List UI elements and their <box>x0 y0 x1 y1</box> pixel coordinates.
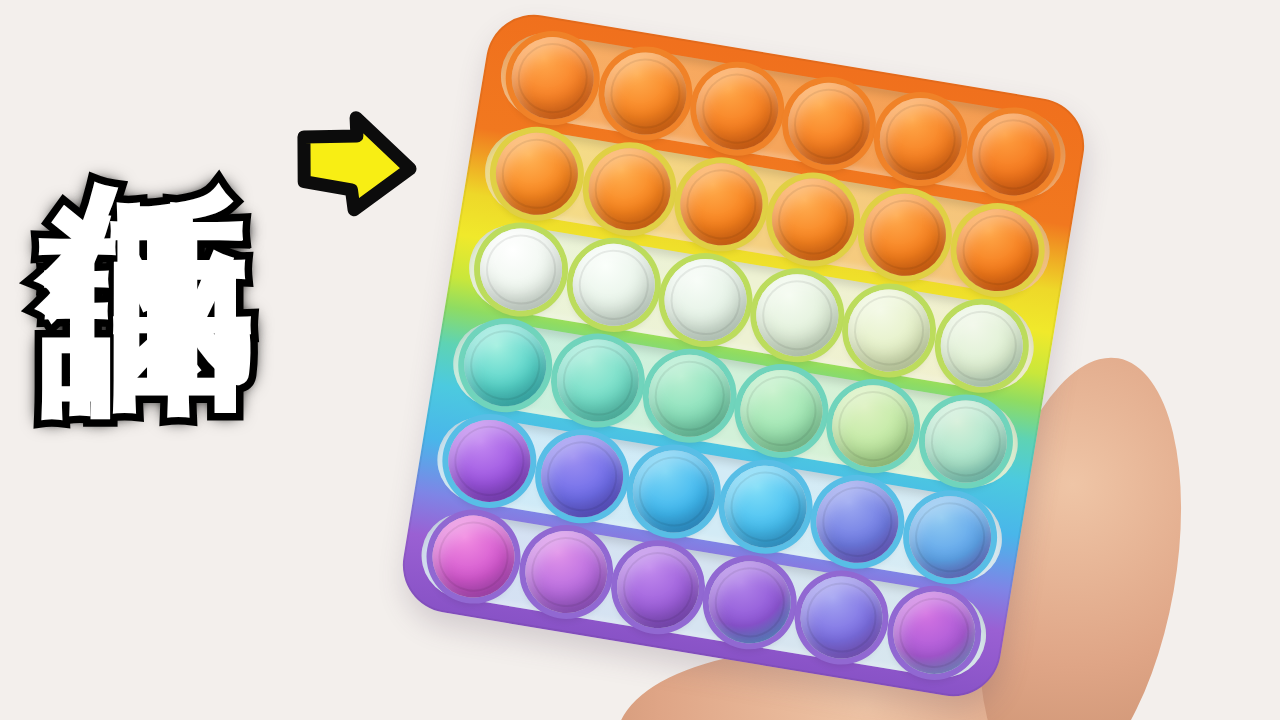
bubble-r3c5-pale-yellow-green[interactable] <box>842 283 936 377</box>
bubble-r5c6-cyan-violet[interactable] <box>903 490 997 584</box>
bubble-r6c2-pink-violet[interactable] <box>519 525 613 619</box>
bubble-r1c2-orange[interactable] <box>598 46 692 140</box>
yellow-arrow-shape <box>293 109 417 218</box>
bubble-r2c1-orange[interactable] <box>490 126 584 220</box>
bubble-r5c2-blue-violet[interactable] <box>534 429 628 523</box>
thumbnail-background: { "game": "pop-it (push-pop bubble fidge… <box>0 0 1280 720</box>
bubble-r5c1-violet[interactable] <box>442 414 536 508</box>
bubble-r4c6-mint-cyan[interactable] <box>918 394 1012 488</box>
bubble-r1c5-orange[interactable] <box>874 92 968 186</box>
bubble-r5c5-blue-violet[interactable] <box>811 475 905 569</box>
bubble-r4c2-aqua-mint[interactable] <box>550 333 644 427</box>
bubble-r4c3-mint-green[interactable] <box>642 349 736 443</box>
bubble-r4c5-yellow-green[interactable] <box>826 379 920 473</box>
bubble-r5c4-cyan-blue[interactable] <box>719 460 813 554</box>
bubble-r2c6-orange[interactable] <box>950 203 1044 297</box>
bubble-r3c2-pale-mint[interactable] <box>566 238 660 332</box>
bubble-r1c6-orange[interactable] <box>966 107 1060 201</box>
bubble-r3c6-pale-green[interactable] <box>934 299 1028 393</box>
bubble-r4c1-teal[interactable] <box>458 318 552 412</box>
bubble-r3c3-pale-mint[interactable] <box>658 253 752 347</box>
pop-it-board <box>396 8 1092 704</box>
bubble-r6c5-blue-violet[interactable] <box>795 571 889 665</box>
bubble-r2c4-orange[interactable] <box>766 172 860 266</box>
bubble-r6c4-violet-cyan[interactable] <box>703 556 797 650</box>
caption-text: 低評価 <box>28 12 272 54</box>
bubble-r1c4-orange[interactable] <box>782 76 876 170</box>
yellow-arrow-icon <box>280 99 429 228</box>
bubble-r2c5-orange[interactable] <box>858 187 952 281</box>
bubble-r6c3-violet[interactable] <box>611 540 705 634</box>
bubble-r4c4-pale-green[interactable] <box>734 364 828 458</box>
bubble-r1c1-orange[interactable] <box>506 31 600 125</box>
yellow-arrow-svg <box>280 99 429 228</box>
bubble-r6c6-magenta-cyan[interactable] <box>887 586 981 680</box>
caption: 低評価 低評価 <box>28 12 278 712</box>
bubble-r3c4-pale-mint-green[interactable] <box>750 268 844 362</box>
bubble-r6c1-magenta-violet[interactable] <box>427 510 521 604</box>
bubble-r3c1-white-mint[interactable] <box>474 222 568 316</box>
bubble-r1c3-orange[interactable] <box>690 61 784 155</box>
bubble-r2c2-orange[interactable] <box>582 142 676 236</box>
bubble-r5c3-cyan-blue[interactable] <box>627 445 721 539</box>
bubble-r2c3-orange[interactable] <box>674 157 768 251</box>
